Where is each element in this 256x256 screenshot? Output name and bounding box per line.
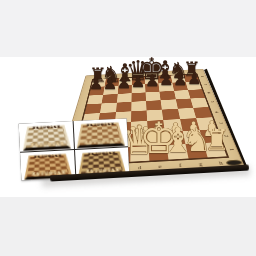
rank-label-6: 6: [201, 90, 218, 96]
square-d2: [130, 133, 148, 147]
bottom-letterbox-band: [0, 197, 256, 256]
rank-label-1: 1: [221, 145, 244, 155]
square-d3: [131, 121, 148, 134]
product-photo: abcdefgh 12345678 ♜♞♝♛♚♝♞♜♟♟♟♟♟♟♟♟♟♟♟♟♟♟…: [0, 0, 256, 256]
mini-light-pieces: ♜♞♝♛♚♝♞♜: [25, 141, 67, 148]
mini-board-1: ♜♞♝♛♚♝♞♜♜♞♝♛♚♝♞♜: [23, 125, 71, 151]
mini-dark-pieces: ♜♞♝♛♚♝♞♜: [30, 154, 65, 159]
mini-dark-pieces: ♜♞♝♛♚♝♞♜: [28, 125, 63, 130]
square-e1: [149, 145, 169, 161]
rank-label-5: 5: [204, 99, 222, 105]
mini-dark-pieces: ♜♞♝♛♚♝♞♜: [84, 151, 119, 156]
top-letterbox-band: [0, 0, 256, 57]
thumbnail-chess-set-variant-2[interactable]: ♜♞♝♛♚♝♞♜♜♞♝♛♚♝♞♜: [73, 118, 128, 149]
rank-label-3: 3: [211, 119, 231, 127]
square-d1: [130, 146, 149, 162]
rank-label-7: 7: [198, 82, 214, 87]
square-e2: [148, 132, 167, 146]
thumbnail-chess-set-variant-1[interactable]: ♜♞♝♛♚♝♞♜♜♞♝♛♚♝♞♜: [19, 121, 74, 152]
mini-light-pieces: ♜♞♝♛♚♝♞♜: [80, 139, 122, 146]
mini-dark-pieces: ♜♞♝♛♚♝♞♜: [83, 122, 118, 127]
rank-label-4: 4: [207, 108, 226, 115]
rank-label-2: 2: [216, 131, 237, 140]
mini-board-2: ♜♞♝♛♚♝♞♜♜♞♝♛♚♝♞♜: [77, 122, 125, 148]
square-e3: [147, 120, 165, 133]
rank-label-8: 8: [195, 74, 210, 79]
